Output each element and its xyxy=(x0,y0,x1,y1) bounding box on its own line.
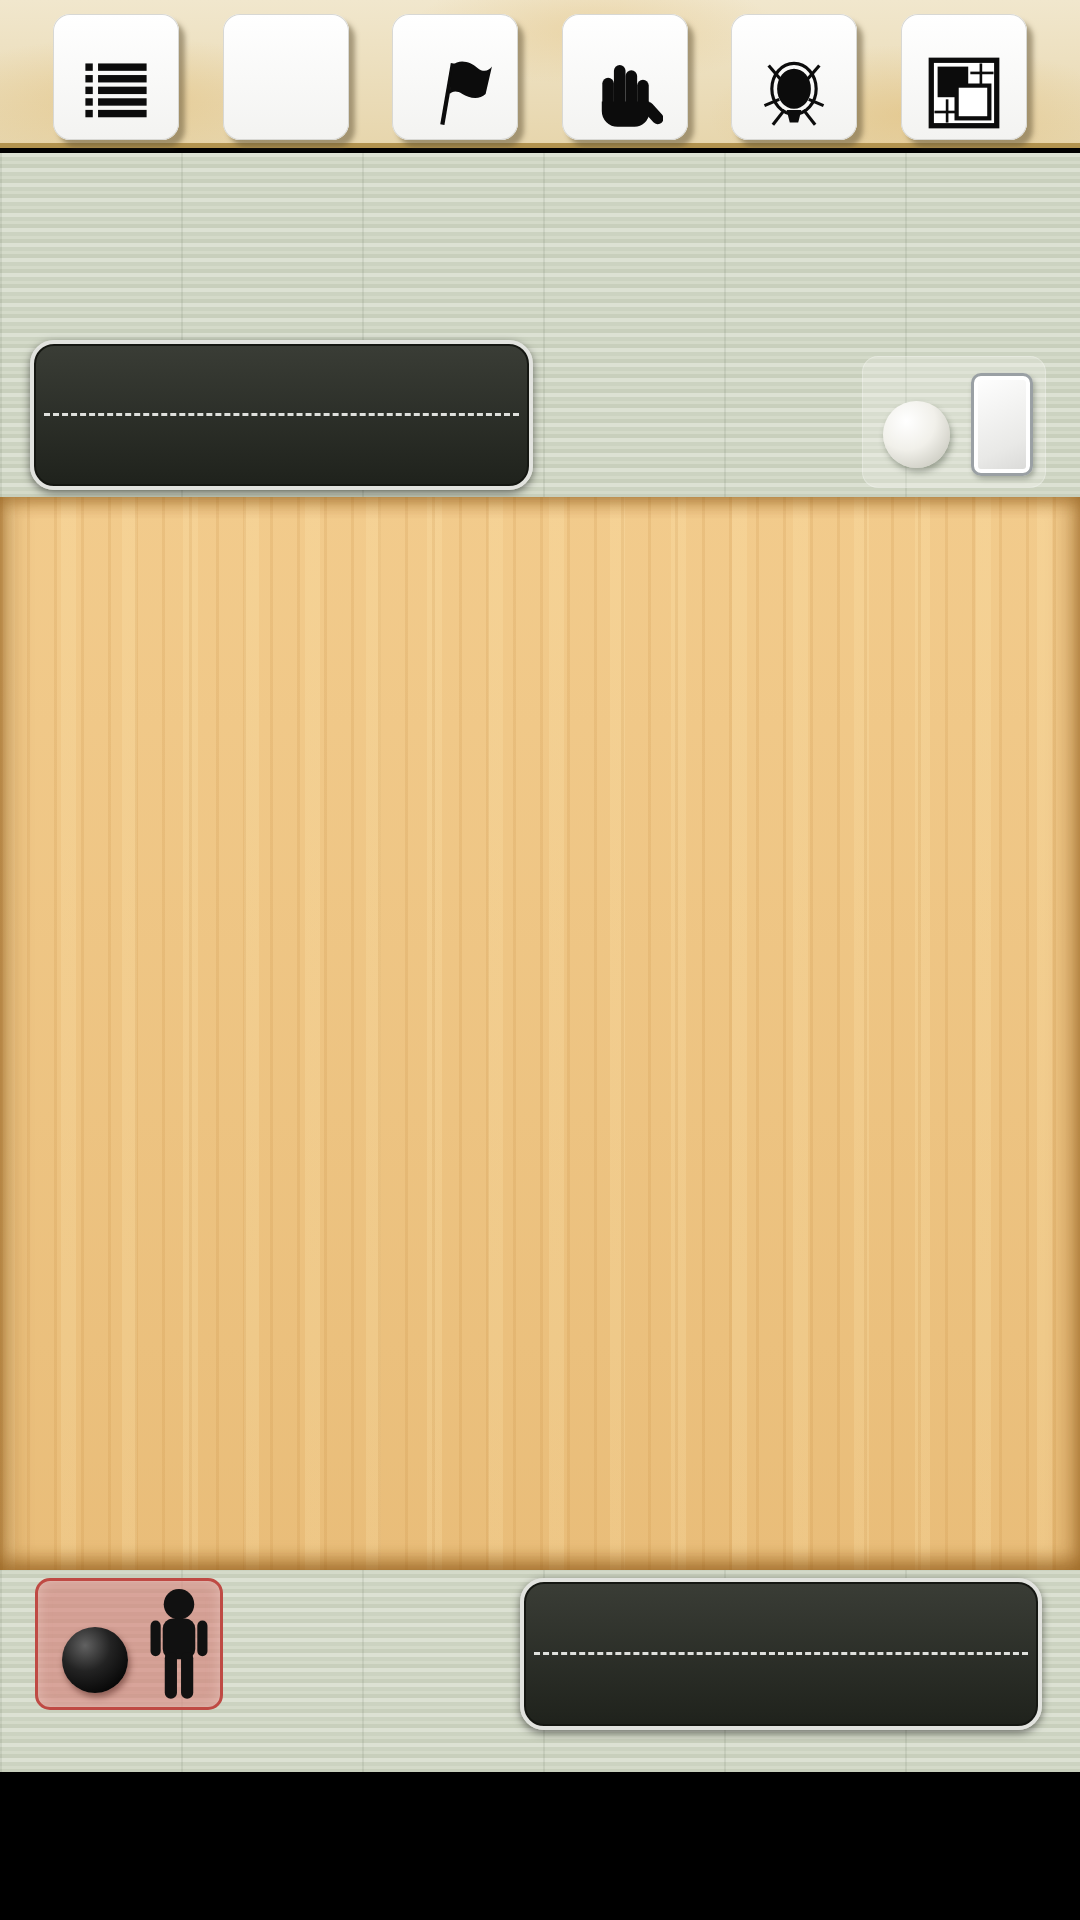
hint-button[interactable] xyxy=(731,14,857,140)
menu-button[interactable] xyxy=(53,14,179,140)
flag-icon xyxy=(417,51,493,135)
white-stone-icon xyxy=(883,401,950,468)
territory-count-icon xyxy=(926,51,1002,135)
pocket-igo-screen xyxy=(0,0,1080,1920)
lightbulb-icon xyxy=(756,51,832,135)
board-grid-lines xyxy=(0,497,1080,1570)
player-panel xyxy=(520,1578,1042,1730)
black-stone-icon xyxy=(62,1627,128,1693)
undo-button[interactable] xyxy=(562,14,688,140)
opponent-panel xyxy=(30,340,533,490)
black-turn-indicator xyxy=(35,1578,223,1710)
white-player-indicator xyxy=(862,356,1046,488)
menu-list-icon xyxy=(78,51,154,135)
go-board[interactable] xyxy=(0,497,1080,1570)
territory-button[interactable] xyxy=(901,14,1027,140)
toolbar xyxy=(0,0,1080,148)
hand-icon xyxy=(587,51,663,135)
resign-button[interactable] xyxy=(392,14,518,140)
white-card-icon xyxy=(971,373,1033,476)
bottom-black-bar xyxy=(0,1772,1080,1920)
pass-button[interactable] xyxy=(223,14,349,140)
person-icon xyxy=(140,1587,218,1707)
panel-separator xyxy=(44,413,519,416)
panel-separator xyxy=(534,1652,1028,1655)
